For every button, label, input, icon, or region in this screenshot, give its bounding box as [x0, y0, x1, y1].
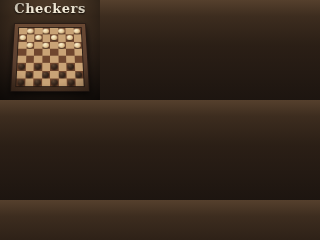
- square-r8c1[interactable]: [16, 78, 25, 86]
- square-r7c2[interactable]: [25, 71, 34, 79]
- dark-piece[interactable]: [34, 79, 41, 85]
- square-r4c6[interactable]: [58, 48, 66, 55]
- light-piece[interactable]: [59, 29, 65, 34]
- square-r8c2[interactable]: [25, 78, 34, 86]
- square-r6c5[interactable]: [50, 63, 58, 71]
- square-r2c4[interactable]: [42, 35, 50, 42]
- square-r8c4[interactable]: [42, 78, 50, 86]
- square-r4c8[interactable]: [74, 48, 82, 55]
- dark-piece[interactable]: [18, 64, 25, 70]
- square-r1c3[interactable]: [34, 28, 42, 35]
- square-r1c4[interactable]: [42, 28, 50, 35]
- square-r2c6[interactable]: [58, 35, 66, 42]
- square-r5c6[interactable]: [58, 56, 66, 63]
- square-r3c7[interactable]: [66, 41, 74, 48]
- light-piece[interactable]: [74, 29, 80, 34]
- square-r3c5[interactable]: [50, 41, 58, 48]
- light-piece[interactable]: [43, 29, 49, 34]
- square-r5c7[interactable]: [66, 56, 74, 63]
- square-r3c3[interactable]: [34, 41, 42, 48]
- dark-piece[interactable]: [51, 79, 58, 85]
- square-r4c2[interactable]: [26, 48, 34, 55]
- game-title: Checkers: [0, 0, 100, 17]
- dark-piece[interactable]: [17, 79, 24, 85]
- light-piece[interactable]: [43, 42, 49, 47]
- dark-piece[interactable]: [76, 72, 83, 78]
- square-r7c6[interactable]: [58, 71, 66, 79]
- square-r1c8[interactable]: [73, 28, 81, 35]
- square-r3c8[interactable]: [74, 41, 82, 48]
- square-r6c6[interactable]: [58, 63, 66, 71]
- square-r5c8[interactable]: [74, 56, 82, 63]
- square-r2c5[interactable]: [50, 35, 58, 42]
- square-r1c5[interactable]: [50, 28, 58, 35]
- square-r5c3[interactable]: [34, 56, 42, 63]
- dark-piece[interactable]: [59, 72, 66, 78]
- square-r4c4[interactable]: [42, 48, 50, 55]
- square-r6c1[interactable]: [17, 63, 26, 71]
- square-r6c7[interactable]: [66, 63, 74, 71]
- square-r4c3[interactable]: [34, 48, 42, 55]
- square-r5c2[interactable]: [26, 56, 34, 63]
- square-r6c8[interactable]: [74, 63, 83, 71]
- dark-piece[interactable]: [43, 72, 49, 78]
- light-piece[interactable]: [35, 35, 41, 40]
- square-r4c7[interactable]: [66, 48, 74, 55]
- square-r3c4[interactable]: [42, 41, 50, 48]
- dark-piece[interactable]: [51, 64, 57, 70]
- square-r8c3[interactable]: [33, 78, 42, 86]
- square-r5c5[interactable]: [50, 56, 58, 63]
- dark-piece[interactable]: [68, 79, 75, 85]
- square-r7c3[interactable]: [33, 71, 41, 79]
- light-piece[interactable]: [66, 35, 72, 40]
- square-r7c7[interactable]: [66, 71, 75, 79]
- square-r3c6[interactable]: [58, 41, 66, 48]
- square-r8c6[interactable]: [58, 78, 67, 86]
- light-piece[interactable]: [27, 42, 33, 47]
- board-grid: [15, 27, 84, 87]
- square-r6c2[interactable]: [25, 63, 33, 71]
- square-r2c8[interactable]: [73, 35, 81, 42]
- dark-piece[interactable]: [67, 64, 74, 70]
- square-r2c3[interactable]: [34, 35, 42, 42]
- square-r8c8[interactable]: [75, 78, 84, 86]
- square-r5c4[interactable]: [42, 56, 50, 63]
- dark-piece[interactable]: [26, 72, 33, 78]
- checkers-board: [10, 23, 90, 92]
- light-piece[interactable]: [28, 29, 34, 34]
- square-r6c3[interactable]: [34, 63, 42, 71]
- light-piece[interactable]: [51, 35, 57, 40]
- square-r1c6[interactable]: [58, 28, 66, 35]
- board-scene: [10, 14, 90, 92]
- light-piece[interactable]: [75, 42, 81, 47]
- square-r6c4[interactable]: [42, 63, 50, 71]
- square-r8c5[interactable]: [50, 78, 58, 86]
- square-r1c2[interactable]: [27, 28, 35, 35]
- square-r7c8[interactable]: [75, 71, 84, 79]
- square-r7c4[interactable]: [42, 71, 50, 79]
- dark-piece[interactable]: [34, 64, 40, 70]
- light-piece[interactable]: [19, 35, 25, 40]
- square-r7c5[interactable]: [50, 71, 58, 79]
- square-r8c7[interactable]: [67, 78, 76, 86]
- square-r4c5[interactable]: [50, 48, 58, 55]
- square-r2c7[interactable]: [66, 35, 74, 42]
- square-r2c2[interactable]: [26, 35, 34, 42]
- square-r3c2[interactable]: [26, 41, 34, 48]
- square-r7c1[interactable]: [17, 71, 26, 79]
- light-piece[interactable]: [59, 42, 65, 47]
